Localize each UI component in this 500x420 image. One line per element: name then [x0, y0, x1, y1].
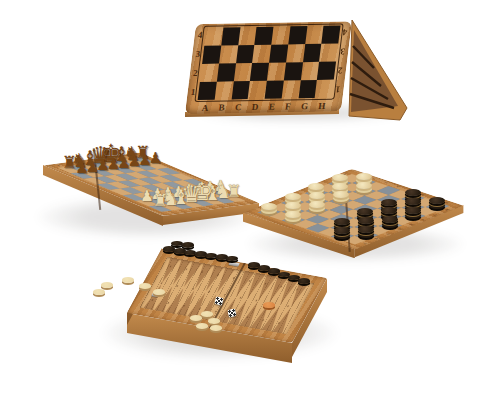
checker-light-stack	[332, 183, 348, 190]
frame-coordinate: H	[443, 208, 450, 211]
backgammon-checker-dark	[226, 256, 238, 262]
frame-coordinate: G	[431, 213, 438, 216]
rank-label: 2	[193, 68, 199, 78]
backgammon-checker-light	[139, 283, 151, 289]
backgammon-hinge	[228, 262, 239, 267]
frame-coordinate: C	[384, 232, 391, 234]
checker-dark-stack	[405, 198, 421, 205]
file-label: G	[300, 101, 308, 111]
checker-dark-stack	[429, 197, 445, 204]
rank-label: 1	[190, 87, 196, 97]
backgammon-checker-light	[122, 277, 134, 283]
frame-coordinate: F	[420, 218, 426, 220]
file-label: C	[235, 102, 243, 112]
checker-dark-stack	[405, 207, 421, 214]
backgammon-checker-light	[190, 315, 202, 321]
checker-dark-stack	[358, 217, 374, 224]
checker-dark-stack	[405, 189, 421, 196]
file-labels-bottom: ABCDEFGH	[196, 99, 332, 114]
rank-label: 3	[195, 49, 201, 59]
frame-coordinate: E	[408, 222, 415, 224]
frame-coordinate: 3	[382, 181, 388, 183]
backgammon-checker-light	[196, 323, 208, 329]
checker-dark-stack	[334, 227, 350, 234]
rank-label-mirrored: 2	[338, 65, 344, 75]
display-board-frame-line	[194, 23, 343, 102]
checker-dark-stack	[334, 218, 350, 225]
backgammon-checker-light	[210, 325, 222, 331]
frame-coordinate: B	[373, 237, 380, 239]
product-photo-scene: 43214321ABCDEFGH ABCDEFGH♜♞♝♚♟♛♟♝♟♞♟♜♟♟♟…	[0, 0, 500, 420]
rank-label-mirrored: 4	[342, 28, 348, 38]
checker-light-stack	[309, 192, 325, 199]
file-label: D	[251, 101, 259, 111]
checker-light-stack	[261, 203, 277, 210]
checker-light-stack	[309, 201, 325, 208]
frame-coordinate: D	[396, 227, 403, 229]
backgammon-checker-dark	[182, 242, 194, 248]
chess-piece-light-rook: ♜	[152, 192, 169, 209]
checker-dark-stack	[358, 226, 374, 233]
file-label: E	[268, 101, 275, 111]
backgammon-checker-light	[201, 311, 213, 317]
backgammon-checker-light	[101, 282, 113, 288]
stand-panel-inner	[351, 30, 398, 112]
folded-chessboard-front: 43214321ABCDEFGH	[185, 21, 352, 114]
file-label: H	[318, 100, 326, 110]
frame-coordinate: 4	[395, 185, 401, 187]
rank-label-mirrored: 1	[335, 84, 341, 94]
checker-light-stack	[356, 182, 372, 189]
rank-label: 4	[197, 30, 203, 40]
backgammon-checker-light	[153, 289, 165, 295]
backgammon-checker-light	[208, 318, 220, 324]
checker-light-stack	[285, 193, 301, 200]
frame-coordinate: A	[361, 242, 368, 244]
checker-light-stack	[285, 202, 301, 209]
file-label: F	[285, 101, 292, 111]
file-label: A	[201, 102, 209, 112]
chess-piece-dark-pawn: ♟	[75, 161, 90, 176]
checker-light-stack	[332, 174, 348, 181]
backgammon-checker-dark	[298, 278, 310, 284]
checker-dark-stack	[381, 199, 397, 206]
die	[227, 308, 236, 317]
checker-light-stack	[356, 173, 372, 180]
backgammon-checker-light	[93, 289, 105, 295]
rank-label-mirrored: 3	[340, 47, 346, 57]
file-label: B	[218, 102, 225, 112]
checker-light-stack	[285, 211, 301, 218]
backgammon-checker-orange	[263, 302, 275, 308]
